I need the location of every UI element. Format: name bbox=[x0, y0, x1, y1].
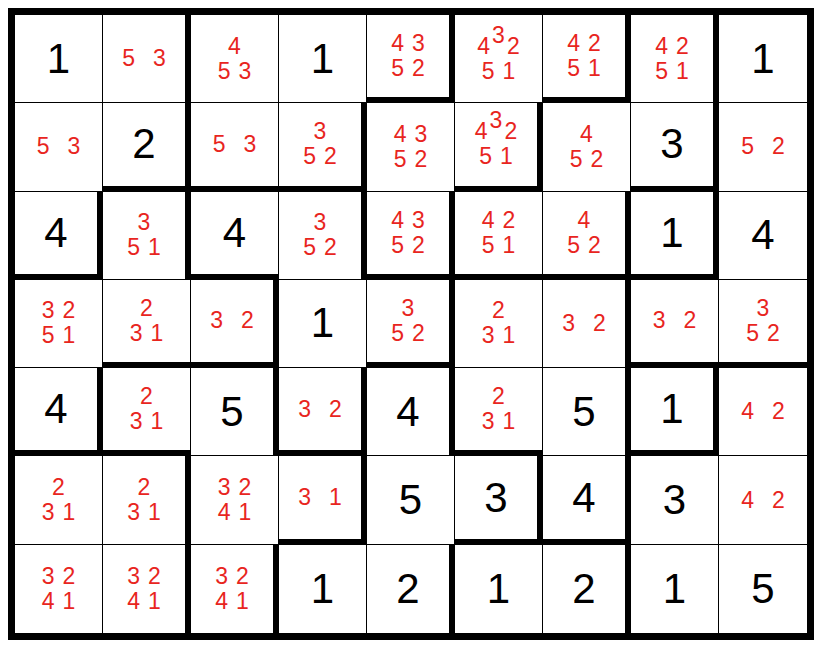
candidate-digit: 4 bbox=[218, 500, 231, 525]
cell-r4c8[interactable]: 32 bbox=[631, 280, 719, 368]
cell-candidates: 43251 bbox=[474, 119, 518, 169]
candidate-digit: 2 bbox=[503, 208, 516, 233]
candidate-digit: 2 bbox=[140, 384, 153, 409]
cell-r5c5[interactable]: 4 bbox=[367, 368, 455, 456]
candidate-digit: 4 bbox=[475, 119, 488, 144]
candidate-digit: 3 bbox=[127, 564, 140, 589]
candidate-digit: 5 bbox=[42, 323, 55, 348]
candidate-digit: 3 bbox=[415, 122, 428, 147]
candidate-digit: 1 bbox=[588, 56, 601, 81]
cell-r6c1[interactable]: 231 bbox=[15, 456, 103, 544]
candidate-digit: 5 bbox=[394, 147, 407, 172]
candidate-digit: 1 bbox=[503, 323, 516, 348]
cell-r1c6[interactable]: 43251 bbox=[455, 15, 543, 103]
cell-value: 1 bbox=[311, 568, 334, 610]
cell-r3c9[interactable]: 4 bbox=[719, 192, 807, 280]
candidate-digit: 1 bbox=[236, 589, 249, 614]
cell-candidates: 351 bbox=[123, 210, 165, 260]
candidate-digit: 2 bbox=[591, 147, 604, 172]
candidate-digit: 2 bbox=[412, 321, 425, 346]
cell-value: 2 bbox=[132, 123, 155, 165]
candidate-digit: 1 bbox=[63, 323, 76, 348]
cell-r6c4[interactable]: 31 bbox=[279, 456, 367, 544]
cell-candidates: 231 bbox=[126, 296, 168, 346]
candidate-digit: 2 bbox=[772, 488, 785, 513]
candidate-digit: 2 bbox=[676, 34, 689, 59]
cell-candidates: 42 bbox=[732, 488, 794, 513]
cell-value: 4 bbox=[572, 477, 595, 519]
candidate-digit: 2 bbox=[148, 564, 161, 589]
cell-candidates: 32 bbox=[644, 308, 706, 333]
cell-candidates: 352 bbox=[742, 296, 784, 346]
candidate-digit: 5 bbox=[482, 233, 495, 258]
cell-r6c2[interactable]: 231 bbox=[103, 456, 191, 544]
candidate-digit: 3 bbox=[138, 210, 151, 235]
cell-value: 3 bbox=[663, 479, 686, 521]
candidate-digit: 3 bbox=[482, 409, 495, 434]
cell-r2c6[interactable]: 43251 bbox=[455, 103, 543, 191]
cell-r6c6[interactable]: 3 bbox=[455, 456, 543, 544]
candidate-digit: 1 bbox=[503, 409, 516, 434]
candidate-digit: 5 bbox=[655, 59, 668, 84]
cell-candidates: 53 bbox=[28, 134, 90, 159]
candidate-digit: 3 bbox=[42, 298, 55, 323]
cell-r1c1[interactable]: 1 bbox=[15, 15, 103, 103]
cell-r5c7[interactable]: 5 bbox=[543, 368, 631, 456]
cell-value: 4 bbox=[44, 388, 67, 430]
cell-r7c6[interactable]: 1 bbox=[455, 545, 543, 633]
candidate-digit: 2 bbox=[138, 475, 151, 500]
candidate-digit: 5 bbox=[127, 235, 140, 260]
candidate-digit: 3 bbox=[402, 296, 415, 321]
cell-candidates: 43251 bbox=[476, 34, 520, 84]
candidate-digit: 2 bbox=[324, 235, 337, 260]
cell-r7c5[interactable]: 2 bbox=[367, 545, 455, 633]
candidate-digit: 5 bbox=[303, 144, 316, 169]
candidate-digit: 4 bbox=[741, 399, 754, 424]
candidate-digit: 5 bbox=[570, 147, 583, 172]
cell-candidates: 52 bbox=[732, 134, 794, 159]
candidate-digit: 4 bbox=[482, 208, 495, 233]
cell-candidates: 452 bbox=[563, 208, 605, 258]
cell-r4c1[interactable]: 3251 bbox=[15, 280, 103, 368]
cell-value: 1 bbox=[751, 38, 774, 80]
candidate-digit: 2 bbox=[492, 298, 505, 323]
cell-value: 4 bbox=[44, 212, 67, 254]
candidate-digit: 5 bbox=[303, 235, 316, 260]
cell-value: 1 bbox=[311, 38, 334, 80]
puzzle-page: 1534531435243251425142511532533524352432… bbox=[8, 8, 814, 640]
cell-r1c3[interactable]: 453 bbox=[191, 15, 279, 103]
cell-candidates: 231 bbox=[38, 475, 80, 525]
cell-r7c3[interactable]: 3241 bbox=[191, 545, 279, 633]
candidate-digit: 2 bbox=[63, 564, 76, 589]
candidate-digit: 4 bbox=[477, 34, 490, 59]
candidate-digit: 3 bbox=[412, 31, 425, 56]
cell-value: 5 bbox=[751, 568, 774, 610]
cell-value: 4 bbox=[751, 214, 774, 256]
cell-r5c9[interactable]: 42 bbox=[719, 368, 807, 456]
candidate-digit: 3 bbox=[482, 323, 495, 348]
candidate-digit: 3 bbox=[215, 564, 228, 589]
cell-r1c5[interactable]: 4352 bbox=[367, 15, 455, 103]
candidate-digit: 5 bbox=[746, 321, 759, 346]
cell-value: 1 bbox=[660, 212, 683, 254]
candidate-digit: 3 bbox=[490, 108, 503, 133]
cell-candidates: 32 bbox=[553, 311, 615, 336]
candidate-digit: 2 bbox=[588, 31, 601, 56]
candidate-digit: 3 bbox=[492, 23, 505, 48]
cell-r4c9[interactable]: 352 bbox=[719, 280, 807, 368]
candidate-digit: 2 bbox=[772, 134, 785, 159]
cell-value: 5 bbox=[572, 391, 595, 433]
candidate-digit: 3 bbox=[653, 308, 666, 333]
candidate-digit: 2 bbox=[492, 384, 505, 409]
cell-r4c7[interactable]: 32 bbox=[543, 280, 631, 368]
cell-value: 3 bbox=[660, 123, 683, 165]
cell-r7c8[interactable]: 1 bbox=[631, 545, 719, 633]
cell-r3c1[interactable]: 4 bbox=[15, 192, 103, 280]
cell-r4c5[interactable]: 352 bbox=[367, 280, 455, 368]
candidate-digit: 1 bbox=[676, 59, 689, 84]
cell-r7c1[interactable]: 3241 bbox=[15, 545, 103, 633]
cell-candidates: 3241 bbox=[211, 564, 253, 614]
cell-candidates: 31 bbox=[289, 485, 351, 510]
cell-r1c7[interactable]: 4251 bbox=[543, 15, 631, 103]
candidate-digit: 1 bbox=[239, 500, 252, 525]
cell-value: 5 bbox=[220, 391, 243, 433]
candidate-digit: 4 bbox=[567, 31, 580, 56]
cell-candidates: 4251 bbox=[651, 34, 693, 84]
cell-candidates: 3251 bbox=[38, 298, 80, 348]
cell-value: 1 bbox=[660, 388, 683, 430]
cell-value: 1 bbox=[47, 38, 70, 80]
candidate-digit: 3 bbox=[127, 500, 140, 525]
candidate-digit: 3 bbox=[244, 132, 257, 157]
candidate-digit: 1 bbox=[151, 321, 164, 346]
candidate-digit: 1 bbox=[148, 235, 161, 260]
cell-r7c2[interactable]: 3241 bbox=[103, 545, 191, 633]
candidate-digit: 3 bbox=[130, 409, 143, 434]
puzzle-board: 1534531435243251425142511532533524352432… bbox=[8, 8, 814, 640]
candidate-digit: 2 bbox=[593, 311, 606, 336]
cell-r2c1[interactable]: 53 bbox=[15, 103, 103, 191]
candidate-digit: 2 bbox=[329, 397, 342, 422]
cell-r7c4[interactable]: 1 bbox=[279, 545, 367, 633]
candidate-digit: 2 bbox=[63, 298, 76, 323]
cell-r3c8[interactable]: 1 bbox=[631, 192, 719, 280]
cell-value: 4 bbox=[396, 391, 419, 433]
candidate-digit: 3 bbox=[42, 564, 55, 589]
cell-r2c4[interactable]: 352 bbox=[279, 103, 367, 191]
candidate-digit: 5 bbox=[567, 56, 580, 81]
candidate-digit: 4 bbox=[42, 589, 55, 614]
cell-r6c9[interactable]: 42 bbox=[719, 456, 807, 544]
candidate-digit: 4 bbox=[228, 34, 241, 59]
candidate-digit: 1 bbox=[500, 144, 513, 169]
candidate-digit: 3 bbox=[218, 475, 231, 500]
cell-r1c4[interactable]: 1 bbox=[279, 15, 367, 103]
cell-r5c8[interactable]: 1 bbox=[631, 368, 719, 456]
candidate-digit: 3 bbox=[757, 296, 770, 321]
cell-r2c8[interactable]: 3 bbox=[631, 103, 719, 191]
cell-r5c6[interactable]: 231 bbox=[455, 368, 543, 456]
cell-value: 3 bbox=[484, 477, 507, 519]
candidate-digit: 1 bbox=[502, 59, 515, 84]
candidate-digit: 1 bbox=[63, 589, 76, 614]
candidate-digit: 3 bbox=[68, 134, 81, 159]
candidate-digit: 2 bbox=[140, 296, 153, 321]
candidate-digit: 2 bbox=[588, 233, 601, 258]
candidate-digit: 5 bbox=[741, 134, 754, 159]
cell-r2c5[interactable]: 4352 bbox=[367, 103, 455, 191]
candidate-digit: 4 bbox=[391, 208, 404, 233]
candidate-digit: 2 bbox=[767, 321, 780, 346]
candidate-digit: 1 bbox=[329, 485, 342, 510]
candidate-digit: 5 bbox=[122, 46, 135, 71]
candidate-digit: 3 bbox=[412, 208, 425, 233]
candidate-digit: 3 bbox=[130, 321, 143, 346]
cell-candidates: 32 bbox=[289, 397, 351, 422]
candidate-digit: 3 bbox=[314, 210, 327, 235]
cell-r7c7[interactable]: 2 bbox=[543, 545, 631, 633]
candidate-digit: 4 bbox=[741, 488, 754, 513]
cell-r3c4[interactable]: 352 bbox=[279, 192, 367, 280]
cell-r3c7[interactable]: 452 bbox=[543, 192, 631, 280]
cell-value: 5 bbox=[399, 479, 422, 521]
candidate-digit: 5 bbox=[391, 233, 404, 258]
cell-r2c2[interactable]: 2 bbox=[103, 103, 191, 191]
candidate-digit: 1 bbox=[63, 500, 76, 525]
cell-r6c7[interactable]: 4 bbox=[543, 456, 631, 544]
cell-r4c6[interactable]: 231 bbox=[455, 280, 543, 368]
candidate-digit: 3 bbox=[153, 46, 166, 71]
candidate-digit: 5 bbox=[567, 233, 580, 258]
cell-candidates: 4352 bbox=[387, 208, 429, 258]
cell-r3c3[interactable]: 4 bbox=[191, 192, 279, 280]
cell-r6c8[interactable]: 3 bbox=[631, 456, 719, 544]
cell-value: 1 bbox=[487, 568, 510, 610]
cell-candidates: 3241 bbox=[123, 564, 165, 614]
candidate-digit: 4 bbox=[127, 589, 140, 614]
candidate-digit: 2 bbox=[504, 119, 517, 144]
cell-r1c9[interactable]: 1 bbox=[719, 15, 807, 103]
candidate-digit: 1 bbox=[503, 233, 516, 258]
candidate-digit: 2 bbox=[236, 564, 249, 589]
candidate-digit: 3 bbox=[562, 311, 575, 336]
cell-candidates: 3241 bbox=[214, 475, 256, 525]
cell-candidates: 4352 bbox=[387, 31, 429, 81]
candidate-digit: 2 bbox=[412, 56, 425, 81]
candidate-digit: 2 bbox=[239, 475, 252, 500]
candidate-digit: 5 bbox=[391, 56, 404, 81]
cell-r4c2[interactable]: 231 bbox=[103, 280, 191, 368]
candidate-digit: 4 bbox=[578, 208, 591, 233]
cell-r3c6[interactable]: 4251 bbox=[455, 192, 543, 280]
cell-candidates: 4251 bbox=[478, 208, 520, 258]
candidate-digit: 5 bbox=[37, 134, 50, 159]
cell-candidates: 4352 bbox=[390, 122, 432, 172]
cell-candidates: 3241 bbox=[38, 564, 80, 614]
candidate-digit: 2 bbox=[52, 475, 65, 500]
cell-candidates: 352 bbox=[299, 210, 341, 260]
cell-r1c8[interactable]: 4251 bbox=[631, 15, 719, 103]
cell-candidates: 231 bbox=[126, 384, 168, 434]
candidate-digit: 3 bbox=[239, 59, 252, 84]
cell-candidates: 231 bbox=[478, 298, 520, 348]
candidate-digit: 4 bbox=[580, 122, 593, 147]
cell-value: 2 bbox=[396, 568, 419, 610]
cell-r4c3[interactable]: 32 bbox=[191, 280, 279, 368]
candidate-digit: 4 bbox=[215, 589, 228, 614]
candidate-digit: 2 bbox=[772, 399, 785, 424]
cell-candidates: 231 bbox=[478, 384, 520, 434]
cell-r1c2[interactable]: 53 bbox=[103, 15, 191, 103]
cell-candidates: 32 bbox=[201, 308, 263, 333]
cell-candidates: 231 bbox=[123, 475, 165, 525]
candidate-digit: 2 bbox=[241, 308, 254, 333]
cell-r5c3[interactable]: 5 bbox=[191, 368, 279, 456]
candidate-digit: 2 bbox=[507, 34, 520, 59]
cell-r2c3[interactable]: 53 bbox=[191, 103, 279, 191]
candidate-digit: 2 bbox=[324, 144, 337, 169]
candidate-digit: 1 bbox=[148, 589, 161, 614]
candidate-digit: 4 bbox=[391, 31, 404, 56]
candidate-digit: 1 bbox=[148, 500, 161, 525]
candidate-digit: 3 bbox=[42, 500, 55, 525]
candidate-digit: 2 bbox=[684, 308, 697, 333]
cell-candidates: 452 bbox=[566, 122, 608, 172]
cell-candidates: 53 bbox=[204, 132, 266, 157]
cell-candidates: 53 bbox=[113, 46, 175, 71]
candidate-digit: 5 bbox=[482, 59, 495, 84]
candidate-digit: 2 bbox=[415, 147, 428, 172]
candidate-digit: 3 bbox=[210, 308, 223, 333]
cell-r6c3[interactable]: 3241 bbox=[191, 456, 279, 544]
cell-value: 1 bbox=[311, 302, 334, 344]
candidate-digit: 5 bbox=[391, 321, 404, 346]
cell-r2c9[interactable]: 52 bbox=[719, 103, 807, 191]
cell-r5c4[interactable]: 32 bbox=[279, 368, 367, 456]
candidate-digit: 3 bbox=[298, 397, 311, 422]
candidate-digit: 4 bbox=[394, 122, 407, 147]
cell-r5c1[interactable]: 4 bbox=[15, 368, 103, 456]
cell-value: 2 bbox=[572, 568, 595, 610]
candidate-digit: 3 bbox=[314, 119, 327, 144]
cell-candidates: 352 bbox=[387, 296, 429, 346]
cell-value: 1 bbox=[663, 568, 686, 610]
cell-r7c9[interactable]: 5 bbox=[719, 545, 807, 633]
candidate-digit: 2 bbox=[412, 233, 425, 258]
cell-r5c2[interactable]: 231 bbox=[103, 368, 191, 456]
cell-candidates: 352 bbox=[299, 119, 341, 169]
candidate-digit: 5 bbox=[213, 132, 226, 157]
cell-candidates: 453 bbox=[214, 34, 256, 84]
cell-candidates: 42 bbox=[732, 399, 794, 424]
cell-r2c7[interactable]: 452 bbox=[543, 103, 631, 191]
cell-r3c2[interactable]: 351 bbox=[103, 192, 191, 280]
cell-r6c5[interactable]: 5 bbox=[367, 456, 455, 544]
candidate-digit: 4 bbox=[655, 34, 668, 59]
candidate-digit: 5 bbox=[479, 144, 492, 169]
cell-r3c5[interactable]: 4352 bbox=[367, 192, 455, 280]
candidate-digit: 5 bbox=[218, 59, 231, 84]
cell-r4c4[interactable]: 1 bbox=[279, 280, 367, 368]
candidate-digit: 1 bbox=[151, 409, 164, 434]
candidate-digit: 3 bbox=[298, 485, 311, 510]
cell-value: 4 bbox=[223, 212, 246, 254]
cell-candidates: 4251 bbox=[563, 31, 605, 81]
